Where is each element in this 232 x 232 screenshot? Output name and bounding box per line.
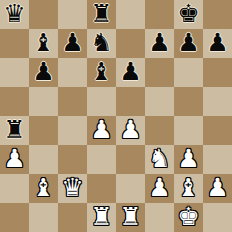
square-f4[interactable]	[145, 116, 174, 145]
square-d6[interactable]: ♝	[87, 58, 116, 87]
piece-white-rook[interactable]: ♜	[90, 203, 112, 231]
chess-board: ♛♜♚♝♟♞♟♟♟♟♝♟♜♟♟♟♞♟♝♛♟♝♟♜♜♚	[0, 0, 232, 232]
piece-white-pawn[interactable]: ♟	[177, 145, 199, 173]
piece-black-knight[interactable]: ♞	[90, 29, 112, 57]
square-f7[interactable]: ♟	[145, 29, 174, 58]
square-d1[interactable]: ♜	[87, 203, 116, 232]
square-f3[interactable]: ♞	[145, 145, 174, 174]
square-d8[interactable]: ♜	[87, 0, 116, 29]
piece-white-pawn[interactable]: ♟	[148, 174, 170, 202]
piece-black-bishop[interactable]: ♝	[90, 58, 112, 86]
piece-black-pawn[interactable]: ♟	[61, 29, 83, 57]
square-b2[interactable]: ♝	[29, 174, 58, 203]
square-d7[interactable]: ♞	[87, 29, 116, 58]
piece-black-pawn[interactable]: ♟	[177, 29, 199, 57]
square-f2[interactable]: ♟	[145, 174, 174, 203]
square-f6[interactable]	[145, 58, 174, 87]
square-e1[interactable]: ♜	[116, 203, 145, 232]
square-h6[interactable]	[203, 58, 232, 87]
square-g1[interactable]: ♚	[174, 203, 203, 232]
piece-white-pawn[interactable]: ♟	[90, 116, 112, 144]
square-c4[interactable]	[58, 116, 87, 145]
square-b6[interactable]: ♟	[29, 58, 58, 87]
square-h8[interactable]	[203, 0, 232, 29]
piece-white-queen[interactable]: ♛	[61, 174, 83, 202]
square-a7[interactable]	[0, 29, 29, 58]
square-h7[interactable]: ♟	[203, 29, 232, 58]
square-h4[interactable]	[203, 116, 232, 145]
square-c6[interactable]	[58, 58, 87, 87]
square-g3[interactable]: ♟	[174, 145, 203, 174]
square-d3[interactable]	[87, 145, 116, 174]
square-a8[interactable]: ♛	[0, 0, 29, 29]
square-f1[interactable]	[145, 203, 174, 232]
piece-white-knight[interactable]: ♞	[148, 145, 170, 173]
square-a5[interactable]	[0, 87, 29, 116]
piece-black-pawn[interactable]: ♟	[119, 58, 141, 86]
square-g2[interactable]: ♝	[174, 174, 203, 203]
square-f8[interactable]	[145, 0, 174, 29]
square-b1[interactable]	[29, 203, 58, 232]
piece-white-pawn[interactable]: ♟	[119, 116, 141, 144]
square-b8[interactable]	[29, 0, 58, 29]
square-g4[interactable]	[174, 116, 203, 145]
square-b3[interactable]	[29, 145, 58, 174]
square-g6[interactable]	[174, 58, 203, 87]
square-f5[interactable]	[145, 87, 174, 116]
square-h1[interactable]	[203, 203, 232, 232]
piece-black-queen[interactable]: ♛	[3, 0, 25, 28]
square-c5[interactable]	[58, 87, 87, 116]
square-b7[interactable]: ♝	[29, 29, 58, 58]
square-g5[interactable]	[174, 87, 203, 116]
piece-black-bishop[interactable]: ♝	[32, 29, 54, 57]
piece-white-king[interactable]: ♚	[177, 203, 199, 231]
square-a1[interactable]	[0, 203, 29, 232]
square-g8[interactable]: ♚	[174, 0, 203, 29]
square-c8[interactable]	[58, 0, 87, 29]
square-d2[interactable]	[87, 174, 116, 203]
square-c1[interactable]	[58, 203, 87, 232]
square-e6[interactable]: ♟	[116, 58, 145, 87]
square-h3[interactable]	[203, 145, 232, 174]
square-h2[interactable]: ♟	[203, 174, 232, 203]
piece-white-bishop[interactable]: ♝	[32, 174, 54, 202]
square-a3[interactable]: ♟	[0, 145, 29, 174]
piece-black-pawn[interactable]: ♟	[148, 29, 170, 57]
piece-black-pawn[interactable]: ♟	[32, 58, 54, 86]
square-d5[interactable]	[87, 87, 116, 116]
piece-white-pawn[interactable]: ♟	[3, 145, 25, 173]
square-e5[interactable]	[116, 87, 145, 116]
square-e3[interactable]	[116, 145, 145, 174]
square-a6[interactable]	[0, 58, 29, 87]
piece-white-pawn[interactable]: ♟	[206, 174, 228, 202]
piece-black-rook[interactable]: ♜	[3, 116, 25, 144]
square-e2[interactable]	[116, 174, 145, 203]
square-b4[interactable]	[29, 116, 58, 145]
piece-black-pawn[interactable]: ♟	[206, 29, 228, 57]
piece-white-bishop[interactable]: ♝	[177, 174, 199, 202]
square-g7[interactable]: ♟	[174, 29, 203, 58]
square-a4[interactable]: ♜	[0, 116, 29, 145]
square-c2[interactable]: ♛	[58, 174, 87, 203]
square-a2[interactable]	[0, 174, 29, 203]
square-e8[interactable]	[116, 0, 145, 29]
square-e4[interactable]: ♟	[116, 116, 145, 145]
piece-white-rook[interactable]: ♜	[119, 203, 141, 231]
square-c7[interactable]: ♟	[58, 29, 87, 58]
square-h5[interactable]	[203, 87, 232, 116]
square-d4[interactable]: ♟	[87, 116, 116, 145]
square-b5[interactable]	[29, 87, 58, 116]
square-e7[interactable]	[116, 29, 145, 58]
square-c3[interactable]	[58, 145, 87, 174]
piece-black-king[interactable]: ♚	[177, 0, 199, 28]
piece-black-rook[interactable]: ♜	[90, 0, 112, 28]
